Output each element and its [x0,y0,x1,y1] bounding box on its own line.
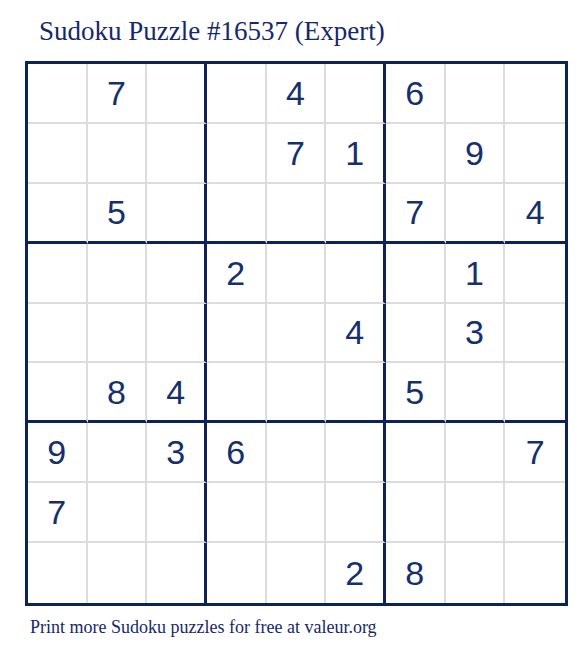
cell-r4c2[interactable] [88,244,148,304]
cell-r7c5[interactable] [267,423,327,483]
cell-r3c1[interactable] [28,184,88,244]
cell-r8c9[interactable] [505,483,565,543]
sudoku-board: 74671957421438459367728 [25,61,568,606]
cell-r1c4[interactable] [207,64,267,124]
cell-r4c9[interactable] [505,244,565,304]
cell-r9c4[interactable] [207,543,267,603]
cell-r7c9[interactable]: 7 [505,423,565,483]
cell-r5c1[interactable] [28,304,88,364]
cell-r8c7[interactable] [386,483,446,543]
cell-r6c2[interactable]: 8 [88,363,148,423]
page-title: Sudoku Puzzle #16537 (Expert) [39,14,385,48]
cell-r8c4[interactable] [207,483,267,543]
cell-r1c6[interactable] [326,64,386,124]
cell-r8c8[interactable] [446,483,506,543]
cell-r9c1[interactable] [28,543,88,603]
cell-r4c8[interactable]: 1 [446,244,506,304]
cell-r8c1[interactable]: 7 [28,483,88,543]
cell-r7c8[interactable] [446,423,506,483]
cell-r5c6[interactable]: 4 [326,304,386,364]
cell-r2c7[interactable] [386,124,446,184]
cell-r5c5[interactable] [267,304,327,364]
cell-r6c4[interactable] [207,363,267,423]
cell-r4c4[interactable]: 2 [207,244,267,304]
cell-r3c3[interactable] [147,184,207,244]
cell-r8c2[interactable] [88,483,148,543]
cell-r7c4[interactable]: 6 [207,423,267,483]
cell-r5c8[interactable]: 3 [446,304,506,364]
cell-r2c2[interactable] [88,124,148,184]
cell-r7c2[interactable] [88,423,148,483]
cell-r9c8[interactable] [446,543,506,603]
cell-r2c3[interactable] [147,124,207,184]
footer-text: Print more Sudoku puzzles for free at va… [30,615,377,639]
cell-r4c6[interactable] [326,244,386,304]
cell-r9c3[interactable] [147,543,207,603]
cell-r2c4[interactable] [207,124,267,184]
cell-r1c2[interactable]: 7 [88,64,148,124]
cell-r4c1[interactable] [28,244,88,304]
cell-r9c2[interactable] [88,543,148,603]
cell-r3c7[interactable]: 7 [386,184,446,244]
cell-r1c9[interactable] [505,64,565,124]
cell-r7c3[interactable]: 3 [147,423,207,483]
cell-r5c7[interactable] [386,304,446,364]
cell-r5c2[interactable] [88,304,148,364]
cell-r5c3[interactable] [147,304,207,364]
cell-r6c7[interactable]: 5 [386,363,446,423]
cell-r6c1[interactable] [28,363,88,423]
cell-r7c6[interactable] [326,423,386,483]
cell-r9c6[interactable]: 2 [326,543,386,603]
cell-r3c8[interactable] [446,184,506,244]
cell-r1c8[interactable] [446,64,506,124]
cell-r3c6[interactable] [326,184,386,244]
cell-r4c5[interactable] [267,244,327,304]
cell-r9c9[interactable] [505,543,565,603]
cell-r6c9[interactable] [505,363,565,423]
cell-r1c1[interactable] [28,64,88,124]
cell-r5c4[interactable] [207,304,267,364]
cell-r7c1[interactable]: 9 [28,423,88,483]
cell-r8c5[interactable] [267,483,327,543]
cell-r8c3[interactable] [147,483,207,543]
cell-r3c4[interactable] [207,184,267,244]
cell-r6c3[interactable]: 4 [147,363,207,423]
cell-r7c7[interactable] [386,423,446,483]
cell-r9c5[interactable] [267,543,327,603]
cell-r6c5[interactable] [267,363,327,423]
cell-r5c9[interactable] [505,304,565,364]
cell-r1c5[interactable]: 4 [267,64,327,124]
cell-r6c6[interactable] [326,363,386,423]
cell-r3c5[interactable] [267,184,327,244]
cell-r1c7[interactable]: 6 [386,64,446,124]
cell-r2c1[interactable] [28,124,88,184]
cell-r3c9[interactable]: 4 [505,184,565,244]
cell-r4c7[interactable] [386,244,446,304]
cell-r4c3[interactable] [147,244,207,304]
cell-r3c2[interactable]: 5 [88,184,148,244]
cell-r2c8[interactable]: 9 [446,124,506,184]
cell-r8c6[interactable] [326,483,386,543]
cell-r2c6[interactable]: 1 [326,124,386,184]
cell-r2c5[interactable]: 7 [267,124,327,184]
sudoku-page: Sudoku Puzzle #16537 (Expert) 7467195742… [0,0,580,651]
cell-r9c7[interactable]: 8 [386,543,446,603]
cell-r1c3[interactable] [147,64,207,124]
cell-r6c8[interactable] [446,363,506,423]
cell-r2c9[interactable] [505,124,565,184]
